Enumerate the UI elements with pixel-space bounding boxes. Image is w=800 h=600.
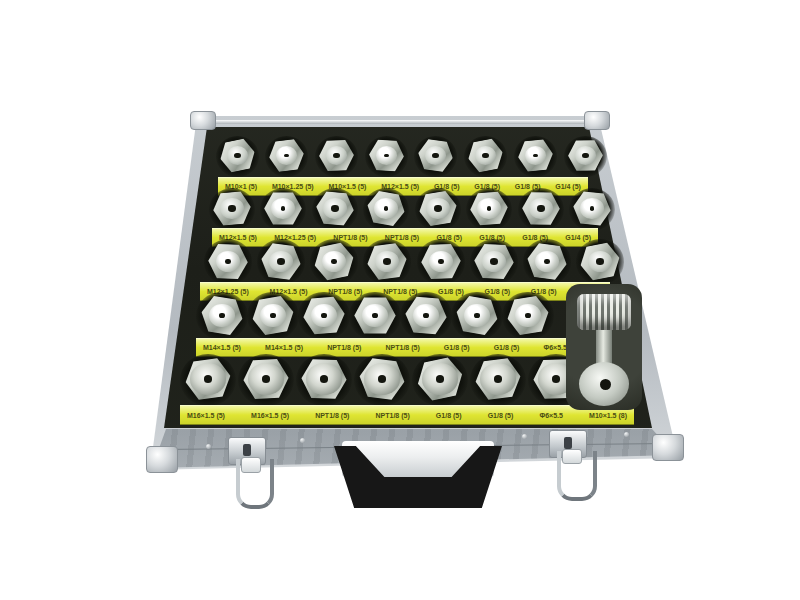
thread-size-label: M10×1.5 (8) — [589, 412, 627, 419]
fitting-hole — [438, 259, 443, 263]
fitting — [184, 358, 232, 400]
fitting-hole — [590, 206, 595, 210]
thread-size-label: NPT1/8 (5) — [327, 344, 361, 351]
rivet — [624, 432, 629, 437]
latch-left-slot — [243, 444, 251, 456]
thread-size-label: M14×1.5 (5) — [203, 344, 241, 351]
fitting-hole — [372, 313, 377, 318]
fitting — [260, 243, 302, 280]
label-strip: M16×1.5 (5)M16×1.5 (5)NPT1/8 (5)NPT1/8 (… — [180, 405, 634, 425]
fitting — [300, 358, 348, 400]
fitting-hole — [270, 313, 275, 318]
fitting-hole — [331, 205, 338, 211]
latch-right-keeper — [562, 449, 582, 464]
fitting-hole — [537, 205, 544, 211]
coupler-knurled-head-icon — [577, 294, 631, 330]
thread-size-label: NPT1/8 (5) — [375, 412, 409, 419]
fitting — [268, 139, 305, 172]
thread-size-label: G1/8 (5) — [436, 412, 462, 419]
fitting — [368, 139, 405, 172]
thread-size-label: M16×1.5 (5) — [251, 412, 289, 419]
fitting — [263, 191, 303, 226]
fitting-hole — [228, 205, 235, 211]
fitting — [353, 296, 397, 335]
fitting-hole — [525, 313, 530, 318]
fitting — [313, 243, 355, 280]
thread-size-label: NPT1/8 (5) — [315, 412, 349, 419]
fitting-hole — [384, 206, 389, 210]
fitting-hole — [204, 375, 213, 383]
thread-size-label: Φ6×5.5 — [539, 412, 562, 419]
thread-size-label: G1/8 (5) — [444, 344, 470, 351]
thread-size-label: NPT1/8 (5) — [385, 344, 419, 351]
corner-cap-top-left — [190, 111, 216, 130]
fitting — [212, 191, 252, 226]
fitting — [207, 243, 249, 280]
fitting — [506, 296, 550, 335]
fitting-hole — [436, 375, 445, 383]
fitting — [521, 191, 561, 226]
fitting — [358, 358, 406, 400]
fitting — [404, 296, 448, 335]
fitting — [567, 139, 604, 172]
fitting-hole — [378, 375, 387, 383]
latch-left-keeper — [241, 457, 261, 473]
fitting — [467, 139, 504, 172]
rivet — [206, 444, 211, 449]
fitting — [315, 191, 355, 226]
fitting — [318, 139, 355, 172]
fitting-hole — [277, 258, 285, 265]
fitting-hole — [225, 259, 230, 263]
thread-size-label: G1/8 (5) — [494, 344, 520, 351]
fitting-hole — [219, 313, 224, 318]
fitting-hole — [281, 206, 286, 210]
thread-size-label: G1/8 (5) — [438, 288, 464, 295]
rivet — [300, 438, 305, 443]
fitting-hole — [331, 259, 336, 263]
fitting — [579, 243, 621, 280]
fitting-hole — [262, 375, 271, 383]
rivet — [522, 434, 527, 439]
fitting — [418, 191, 458, 226]
fitting — [469, 191, 509, 226]
fitting — [366, 243, 408, 280]
latch-right-slot — [564, 437, 572, 449]
corner-cap-bottom-right — [652, 434, 684, 461]
fitting-hole — [487, 206, 492, 210]
thread-size-label: M16×1.5 (5) — [187, 412, 225, 419]
fitting — [474, 358, 522, 400]
thread-size-label: G1/8 (5) — [488, 412, 514, 419]
fitting — [242, 358, 290, 400]
fitting — [219, 139, 256, 172]
fitting-hole — [544, 259, 549, 263]
fitting — [526, 243, 568, 280]
fitting — [200, 296, 244, 335]
fitting-hole — [552, 375, 561, 383]
fitting — [420, 243, 462, 280]
thread-size-label: G1/4 (5) — [565, 234, 591, 241]
thread-size-label: M14×1.5 (5) — [265, 344, 303, 351]
product-photo: M10×1 (5)M10×1.25 (5)M10×1.5 (5)M12×1.5 … — [0, 0, 800, 600]
fitting-hole — [596, 258, 604, 265]
fitting-hole — [434, 205, 441, 211]
fitting — [572, 191, 612, 226]
fitting-hole — [474, 313, 479, 318]
fitting-hole — [490, 258, 498, 265]
fitting-hole — [494, 375, 503, 383]
fitting — [302, 296, 346, 335]
fitting-hole — [423, 313, 428, 318]
fitting — [366, 191, 406, 226]
fitting-hole — [321, 313, 326, 318]
coupler-hole — [600, 379, 611, 390]
thread-size-label: Φ6×5.5 — [543, 344, 566, 351]
fitting — [473, 243, 515, 280]
fitting-hole — [383, 258, 391, 265]
fitting-hole — [320, 375, 329, 383]
fitting — [417, 139, 454, 172]
corner-cap-bottom-left — [146, 446, 178, 473]
fitting-rows: M10×1 (5)M10×1.25 (5)M10×1.5 (5)M12×1.5 … — [0, 0, 800, 600]
fitting — [517, 139, 554, 172]
fitting — [416, 358, 464, 400]
fitting — [455, 296, 499, 335]
corner-cap-top-right — [584, 111, 610, 130]
fitting — [251, 296, 295, 335]
thread-size-label: G1/4 (5) — [555, 183, 581, 190]
